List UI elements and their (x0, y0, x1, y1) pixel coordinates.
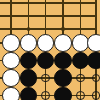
black-stone[interactable] (54, 69, 72, 87)
black-stone[interactable] (20, 87, 38, 100)
empty-point-marker[interactable] (92, 91, 100, 100)
star-point (27, 27, 30, 30)
white-stone[interactable] (54, 34, 72, 52)
grid-line-horizontal (0, 15, 97, 16)
white-stone[interactable] (20, 34, 38, 52)
grid-line-horizontal (0, 28, 97, 29)
grid-line-horizontal (0, 2, 97, 3)
white-stone[interactable] (2, 34, 20, 52)
empty-point-marker[interactable] (76, 74, 85, 83)
black-stone[interactable] (37, 52, 55, 70)
white-stone[interactable] (37, 34, 55, 52)
black-stone[interactable] (87, 52, 100, 70)
black-stone[interactable] (20, 69, 38, 87)
white-stone[interactable] (2, 69, 20, 87)
empty-point-marker[interactable] (41, 91, 50, 100)
black-stone[interactable] (54, 52, 72, 70)
black-stone[interactable] (54, 87, 72, 100)
go-board[interactable] (0, 0, 100, 100)
star-point (61, 27, 64, 30)
white-stone[interactable] (2, 52, 20, 70)
white-stone[interactable] (87, 34, 100, 52)
empty-point-marker[interactable] (76, 91, 85, 100)
white-stone[interactable] (2, 87, 20, 100)
empty-point-marker[interactable] (41, 74, 50, 83)
empty-point-marker[interactable] (92, 74, 100, 83)
black-stone[interactable] (20, 52, 38, 70)
